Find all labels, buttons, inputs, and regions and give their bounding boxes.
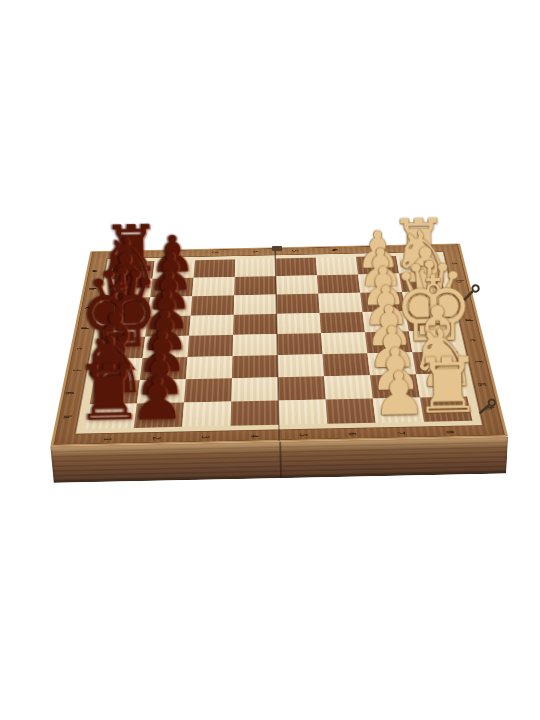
square-d3[interactable] [189,315,233,336]
square-e5[interactable] [277,333,322,355]
square-b4[interactable] [234,276,276,295]
piece-dark-rook-h1[interactable]: ♜ [74,357,144,429]
board-scene: ♜♟♟♜♞♟♟♞♝♟♟♝♛♟♟♛♚♟♟♚♝♟♟♝♞♟♟♞♜♟♟♜ 1234567… [35,92,519,576]
square-c4[interactable] [234,295,277,315]
board-surface: ♜♟♟♜♞♟♟♞♝♟♟♝♛♟♟♛♚♟♟♚♝♟♟♝♞♟♟♞♜♟♟♜ 1234567… [50,243,508,446]
square-e6[interactable] [321,332,367,354]
product-photo: ♜♟♟♜♞♟♟♞♝♟♟♝♛♟♟♛♚♟♟♚♝♟♟♝♞♟♟♞♜♟♟♜ 1234567… [0,0,540,720]
square-c5[interactable] [276,294,319,314]
rank-label-7: 7 [365,241,386,258]
square-a6[interactable] [316,257,358,275]
square-h5[interactable] [278,399,327,424]
square-f4[interactable] [232,355,278,378]
piece-light-rook-h8[interactable]: ♜ [412,350,482,422]
rank-label-5: 5 [286,242,305,259]
back-hinge-gap [272,246,282,251]
square-h4[interactable] [231,400,279,425]
square-e3[interactable] [188,335,234,357]
rank-label-8: 8 [404,240,426,257]
square-g3[interactable] [184,378,232,402]
square-a4[interactable] [235,258,276,277]
square-g5[interactable] [278,376,326,400]
rank-label-6: 6 [325,241,345,258]
square-f5[interactable] [277,354,324,377]
square-d6[interactable] [320,312,365,333]
rank-label-4: 4 [246,243,265,260]
square-c6[interactable] [318,293,362,313]
square-d4[interactable] [233,314,277,335]
square-b6[interactable] [317,274,360,293]
rank-label-3: 3 [206,244,225,261]
clasp-hook-icon [477,397,498,414]
clasp-hook-icon [461,283,483,302]
square-h8[interactable]: ♜ [420,396,472,421]
square-c3[interactable] [191,295,234,315]
square-a5[interactable] [275,258,316,277]
rank-label-1: 1 [125,245,146,262]
square-e4[interactable] [232,334,277,356]
square-h6[interactable] [326,398,376,423]
chess-board: ♜♟♟♜♞♟♟♞♝♟♟♝♛♟♟♛♚♟♟♚♝♟♟♝♞♟♟♞♜♟♟♜ 1234567… [50,243,508,446]
square-d5[interactable] [277,313,321,334]
square-f3[interactable] [186,356,233,379]
square-h1[interactable]: ♜ [85,403,136,428]
square-g6[interactable] [324,375,373,399]
square-f6[interactable] [322,353,370,376]
square-h3[interactable] [182,401,231,426]
square-a3[interactable] [194,259,236,278]
rank-label-2: 2 [165,245,185,262]
square-b3[interactable] [192,277,235,296]
square-b5[interactable] [276,275,318,294]
square-g4[interactable] [231,377,278,401]
